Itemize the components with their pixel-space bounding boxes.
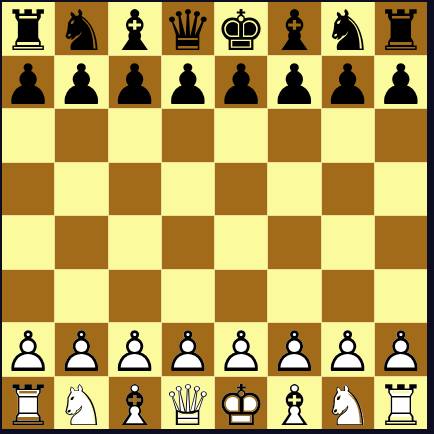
square-d8[interactable]: ♛ [162,2,214,55]
white-bishop[interactable]: ♝♗ [109,377,161,430]
square-c4[interactable] [109,216,161,269]
square-e4[interactable] [215,216,267,269]
square-c7[interactable]: ♟ [109,56,161,109]
black-king-glyph: ♚ [216,3,266,55]
white-rook-outline: ♖ [3,378,53,430]
square-g8[interactable]: ♞ [322,2,374,55]
square-d3[interactable] [162,270,214,323]
square-f3[interactable] [268,270,320,323]
square-e1[interactable]: ♚♔ [215,377,267,430]
black-bishop-glyph: ♝ [269,3,319,55]
white-pawn[interactable]: ♟♙ [322,323,374,376]
white-knight-outline: ♘ [323,378,373,430]
black-knight-glyph: ♞ [56,3,106,55]
black-pawn-glyph: ♟ [269,57,319,109]
black-bishop[interactable]: ♝ [268,2,320,55]
white-pawn-outline: ♙ [3,324,53,376]
black-king[interactable]: ♚ [215,2,267,55]
square-f7[interactable]: ♟ [268,56,320,109]
square-g1[interactable]: ♞♘ [322,377,374,430]
white-queen-outline: ♕ [163,378,213,430]
square-g6[interactable] [322,109,374,162]
white-pawn-outline: ♙ [269,324,319,376]
white-knight[interactable]: ♞♘ [55,377,107,430]
square-f8[interactable]: ♝ [268,2,320,55]
square-b8[interactable]: ♞ [55,2,107,55]
square-e2[interactable]: ♟♙ [215,323,267,376]
square-d4[interactable] [162,216,214,269]
black-pawn-glyph: ♟ [110,57,160,109]
square-a2[interactable]: ♟♙ [2,323,54,376]
black-knight[interactable]: ♞ [55,2,107,55]
square-g4[interactable] [322,216,374,269]
white-pawn-outline: ♙ [323,324,373,376]
black-knight-glyph: ♞ [323,3,373,55]
white-rook-outline: ♖ [376,378,426,430]
square-b6[interactable] [55,109,107,162]
black-rook[interactable]: ♜ [2,2,54,55]
square-d7[interactable]: ♟ [162,56,214,109]
black-bishop[interactable]: ♝ [109,2,161,55]
black-pawn-glyph: ♟ [163,57,213,109]
square-c5[interactable] [109,163,161,216]
square-c6[interactable] [109,109,161,162]
black-pawn-glyph: ♟ [323,57,373,109]
square-b4[interactable] [55,216,107,269]
white-rook[interactable]: ♜♖ [2,377,54,430]
square-e5[interactable] [215,163,267,216]
white-pawn-outline: ♙ [163,324,213,376]
white-rook[interactable]: ♜♖ [375,377,427,430]
black-knight[interactable]: ♞ [322,2,374,55]
square-e7[interactable]: ♟ [215,56,267,109]
black-bishop-glyph: ♝ [110,3,160,55]
square-h6[interactable] [375,109,427,162]
black-pawn[interactable]: ♟ [2,56,54,109]
square-a7[interactable]: ♟ [2,56,54,109]
square-f4[interactable] [268,216,320,269]
square-g2[interactable]: ♟♙ [322,323,374,376]
black-pawn-glyph: ♟ [376,57,426,109]
white-pawn[interactable]: ♟♙ [109,323,161,376]
white-bishop-outline: ♗ [110,378,160,430]
black-pawn[interactable]: ♟ [55,56,107,109]
square-a1[interactable]: ♜♖ [2,377,54,430]
square-f5[interactable] [268,163,320,216]
white-pawn-outline: ♙ [56,324,106,376]
white-king-outline: ♔ [216,378,266,430]
black-pawn[interactable]: ♟ [162,56,214,109]
white-pawn-outline: ♙ [376,324,426,376]
square-d1[interactable]: ♛♕ [162,377,214,430]
square-d5[interactable] [162,163,214,216]
square-f1[interactable]: ♝♗ [268,377,320,430]
white-bishop-outline: ♗ [269,378,319,430]
square-h5[interactable] [375,163,427,216]
square-a8[interactable]: ♜ [2,2,54,55]
square-b1[interactable]: ♞♘ [55,377,107,430]
square-g7[interactable]: ♟ [322,56,374,109]
square-a4[interactable] [2,216,54,269]
square-f6[interactable] [268,109,320,162]
square-e6[interactable] [215,109,267,162]
black-pawn[interactable]: ♟ [322,56,374,109]
square-e8[interactable]: ♚ [215,2,267,55]
black-rook-glyph: ♜ [376,3,426,55]
square-c2[interactable]: ♟♙ [109,323,161,376]
square-a3[interactable] [2,270,54,323]
square-f2[interactable]: ♟♙ [268,323,320,376]
square-g5[interactable] [322,163,374,216]
square-b5[interactable] [55,163,107,216]
black-queen-glyph: ♛ [163,3,213,55]
square-e3[interactable] [215,270,267,323]
white-pawn[interactable]: ♟♙ [162,323,214,376]
black-pawn[interactable]: ♟ [268,56,320,109]
white-pawn-outline: ♙ [216,324,266,376]
black-pawn-glyph: ♟ [216,57,266,109]
black-rook-glyph: ♜ [3,3,53,55]
square-h3[interactable] [375,270,427,323]
black-pawn-glyph: ♟ [3,57,53,109]
square-a5[interactable] [2,163,54,216]
black-pawn[interactable]: ♟ [215,56,267,109]
square-h8[interactable]: ♜ [375,2,427,55]
square-a6[interactable] [2,109,54,162]
black-pawn[interactable]: ♟ [109,56,161,109]
white-pawn[interactable]: ♟♙ [375,323,427,376]
white-pawn[interactable]: ♟♙ [2,323,54,376]
white-knight-outline: ♘ [56,378,106,430]
square-c1[interactable]: ♝♗ [109,377,161,430]
black-rook[interactable]: ♜ [375,2,427,55]
square-b7[interactable]: ♟ [55,56,107,109]
square-h7[interactable]: ♟ [375,56,427,109]
square-c3[interactable] [109,270,161,323]
square-g3[interactable] [322,270,374,323]
white-pawn[interactable]: ♟♙ [215,323,267,376]
square-d2[interactable]: ♟♙ [162,323,214,376]
chess-app-window: ♜♞♝♛♚♝♞♜♟♟♟♟♟♟♟♟♟♙♟♙♟♙♟♙♟♙♟♙♟♙♟♙♜♖♞♘♝♗♛♕… [0,0,434,434]
white-knight[interactable]: ♞♘ [322,377,374,430]
square-b2[interactable]: ♟♙ [55,323,107,376]
black-queen[interactable]: ♛ [162,2,214,55]
black-pawn[interactable]: ♟ [375,56,427,109]
white-pawn[interactable]: ♟♙ [55,323,107,376]
white-pawn-outline: ♙ [110,324,160,376]
white-king[interactable]: ♚♔ [215,377,267,430]
white-bishop[interactable]: ♝♗ [268,377,320,430]
white-pawn[interactable]: ♟♙ [268,323,320,376]
square-c8[interactable]: ♝ [109,2,161,55]
black-pawn-glyph: ♟ [56,57,106,109]
square-h1[interactable]: ♜♖ [375,377,427,430]
square-b3[interactable] [55,270,107,323]
square-d6[interactable] [162,109,214,162]
chess-board: ♜♞♝♛♚♝♞♜♟♟♟♟♟♟♟♟♟♙♟♙♟♙♟♙♟♙♟♙♟♙♟♙♜♖♞♘♝♗♛♕… [2,2,427,429]
white-queen[interactable]: ♛♕ [162,377,214,430]
square-h4[interactable] [375,216,427,269]
square-h2[interactable]: ♟♙ [375,323,427,376]
